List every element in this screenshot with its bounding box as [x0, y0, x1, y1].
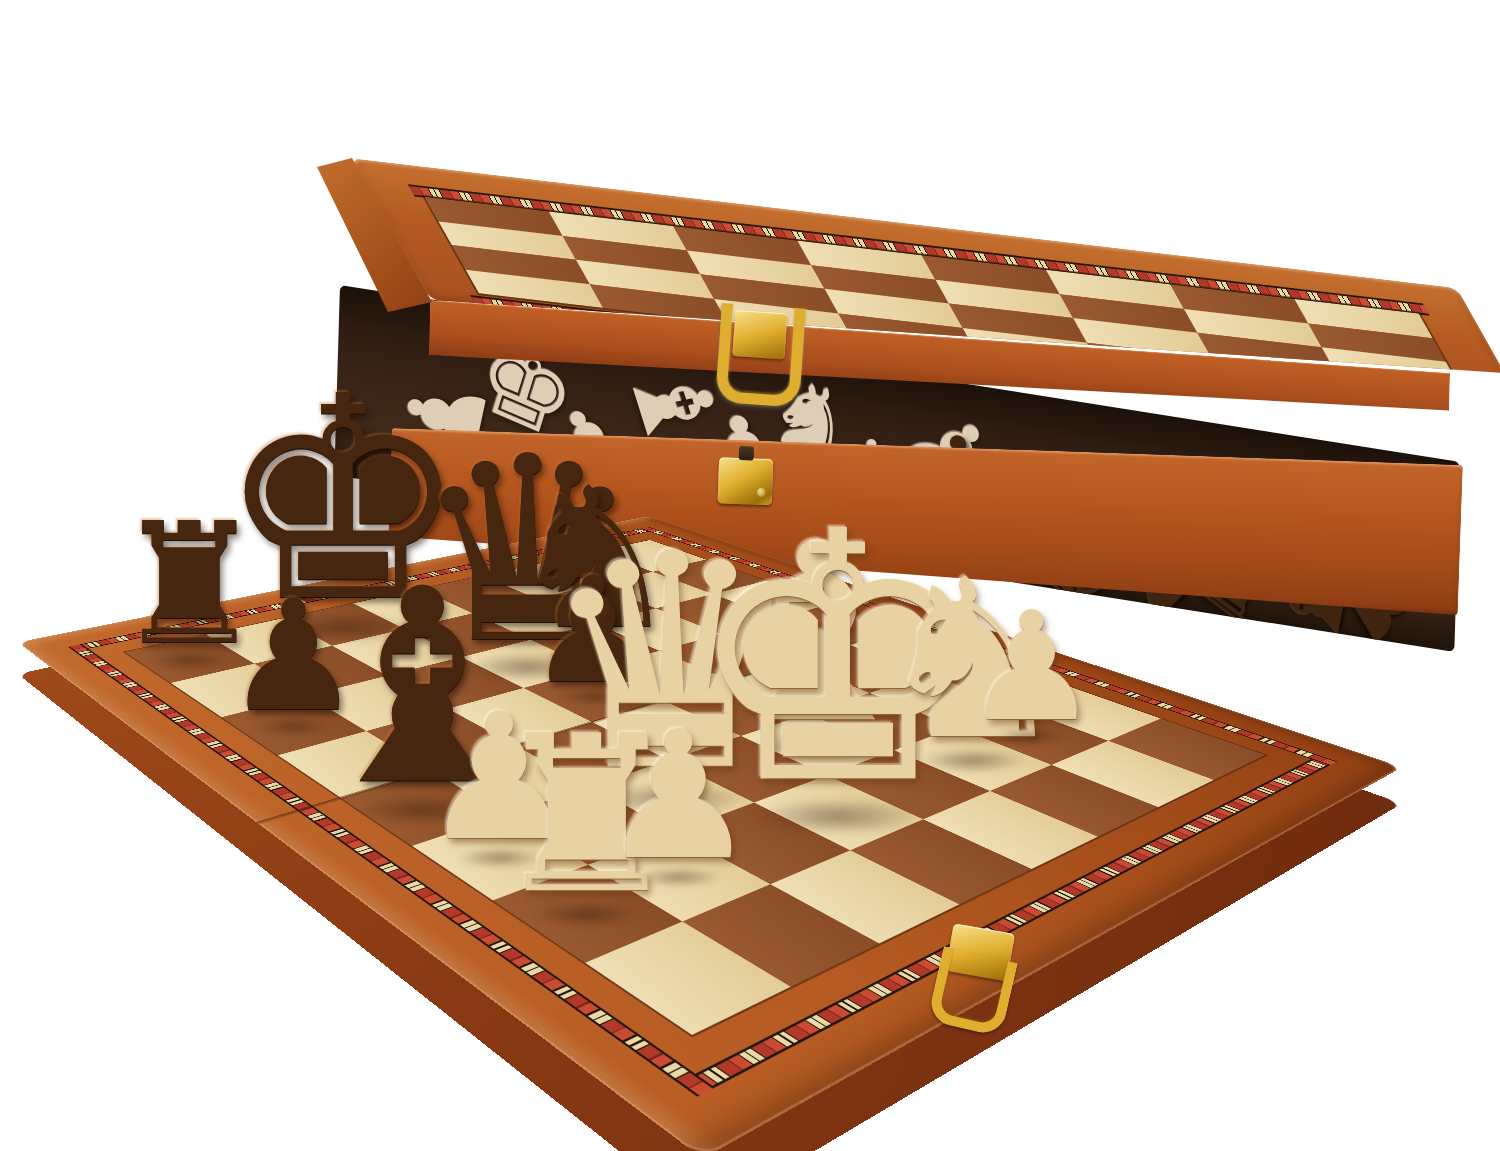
brass-clasp-loop-icon: [715, 303, 806, 408]
brass-latch-plate-icon: [718, 457, 774, 505]
chess-set-product-photo: ♟♚♟♝♟♞♛♟♜♟♝♟♟♜♟♞♝♟♛♟♚♟♜♝♟♞ ♜♚♟♛♞♟♝♟♛♝♜♟♚…: [0, 0, 1500, 1151]
screw-icon: [757, 488, 766, 497]
